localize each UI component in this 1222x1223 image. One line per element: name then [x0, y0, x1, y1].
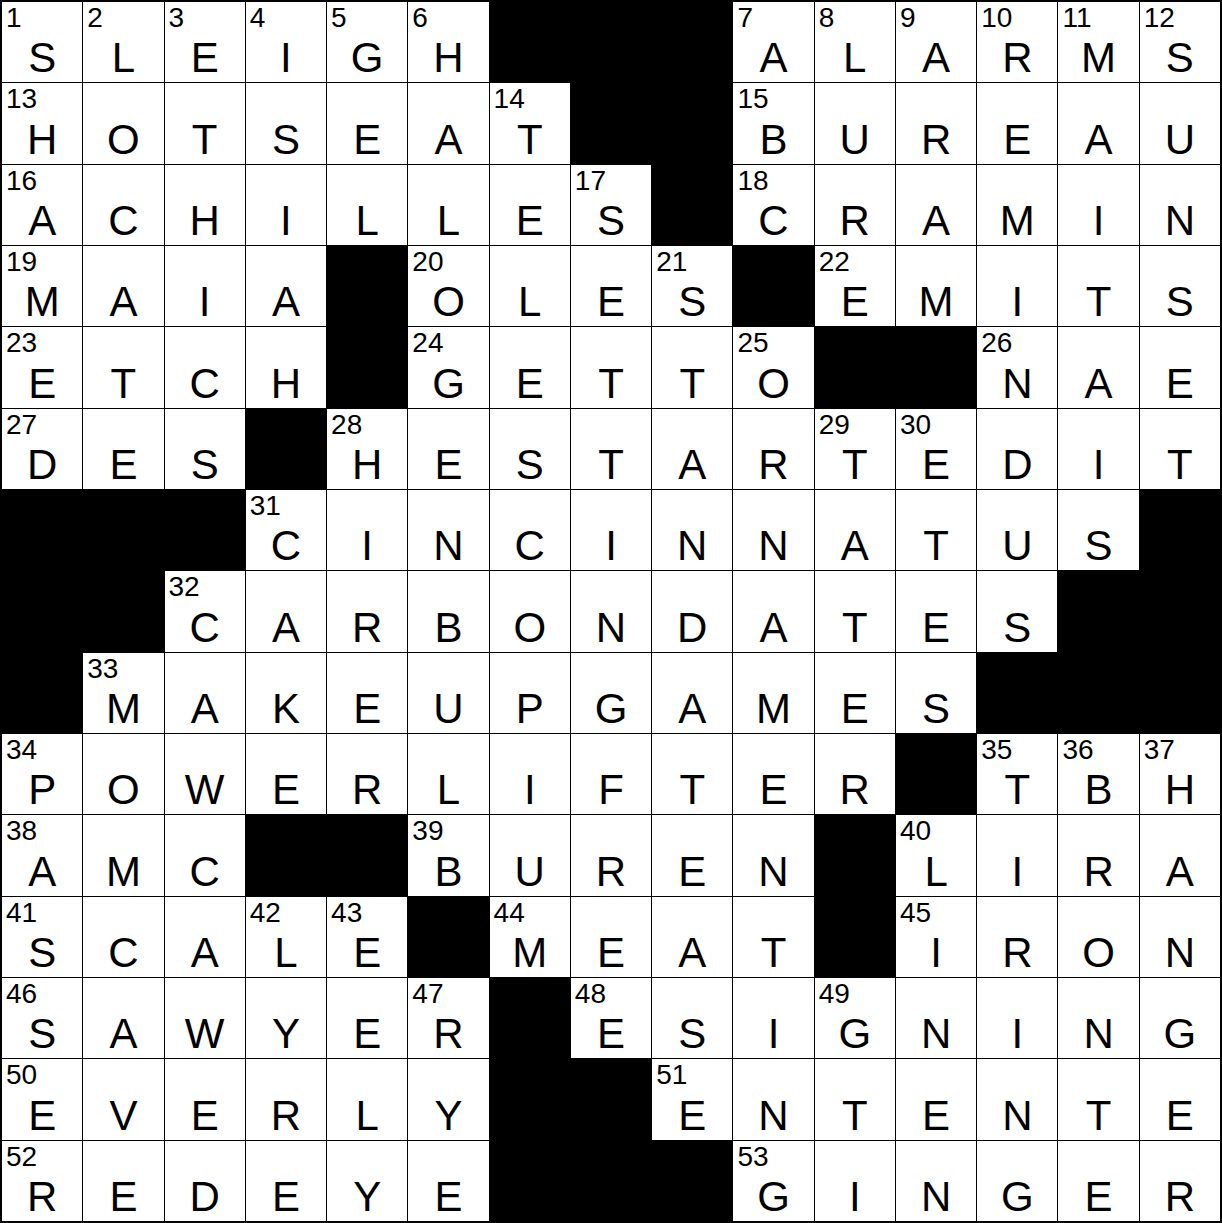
- cell-letter: C: [490, 525, 570, 567]
- letter-cell[interactable]: N: [977, 1059, 1057, 1139]
- cell-letter: G: [733, 1176, 813, 1218]
- letter-cell[interactable]: 51E: [652, 1059, 732, 1139]
- letter-cell[interactable]: 44M: [490, 897, 570, 977]
- letter-cell[interactable]: 53G: [733, 1141, 813, 1221]
- block-cell: [571, 2, 651, 82]
- letter-cell[interactable]: 24G: [408, 327, 488, 407]
- cell-letter: T: [815, 444, 895, 486]
- cell-letter: A: [1140, 851, 1220, 893]
- cell-letter: A: [2, 851, 82, 893]
- letter-cell[interactable]: N: [896, 978, 976, 1058]
- cell-letter: E: [327, 1013, 407, 1055]
- letter-cell[interactable]: 41S: [2, 897, 82, 977]
- cell-letter: I: [977, 1013, 1057, 1055]
- cell-letter: N: [733, 525, 813, 567]
- letter-cell[interactable]: I: [571, 490, 651, 570]
- letter-cell[interactable]: 1S: [2, 2, 82, 82]
- block-cell: [2, 653, 82, 733]
- letter-cell[interactable]: W: [165, 978, 245, 1058]
- clue-number: 52: [6, 1143, 37, 1171]
- cell-letter: T: [815, 607, 895, 649]
- clue-number: 24: [412, 329, 443, 357]
- letter-cell[interactable]: 50E: [2, 1059, 82, 1139]
- letter-cell[interactable]: A: [652, 653, 732, 733]
- letter-cell[interactable]: T: [571, 409, 651, 489]
- letter-cell[interactable]: A: [896, 165, 976, 245]
- letter-cell[interactable]: I: [977, 815, 1057, 895]
- clue-number: 30: [900, 411, 931, 439]
- letter-cell[interactable]: 47R: [408, 978, 488, 1058]
- cell-letter: Y: [327, 1176, 407, 1218]
- cell-letter: E: [490, 200, 570, 242]
- letter-cell[interactable]: E: [571, 897, 651, 977]
- letter-cell[interactable]: T: [165, 83, 245, 163]
- letter-cell[interactable]: C: [83, 165, 163, 245]
- letter-cell[interactable]: E: [327, 653, 407, 733]
- letter-cell[interactable]: G: [1140, 978, 1220, 1058]
- block-cell: [246, 409, 326, 489]
- cell-letter: H: [2, 119, 82, 161]
- cell-letter: R: [815, 200, 895, 242]
- letter-cell[interactable]: 30E: [896, 409, 976, 489]
- letter-cell[interactable]: P: [490, 653, 570, 733]
- clue-number: 26: [981, 329, 1012, 357]
- letter-cell[interactable]: S: [246, 83, 326, 163]
- cell-letter: A: [1058, 363, 1138, 405]
- cell-letter: S: [490, 444, 570, 486]
- clue-number: 16: [6, 167, 37, 195]
- cell-letter: E: [165, 1095, 245, 1137]
- letter-cell[interactable]: E: [246, 1141, 326, 1221]
- clue-number: 17: [575, 167, 606, 195]
- letter-cell[interactable]: A: [652, 897, 732, 977]
- letter-cell[interactable]: E: [652, 815, 732, 895]
- cell-letter: C: [246, 525, 326, 567]
- letter-cell[interactable]: 21S: [652, 246, 732, 326]
- clue-number: 20: [412, 248, 443, 276]
- letter-cell[interactable]: 10R: [977, 2, 1057, 82]
- letter-cell[interactable]: A: [246, 246, 326, 326]
- letter-cell[interactable]: 12S: [1140, 2, 1220, 82]
- letter-cell[interactable]: 8L: [815, 2, 895, 82]
- letter-cell[interactable]: 14T: [490, 83, 570, 163]
- letter-cell[interactable]: 26N: [977, 327, 1057, 407]
- cell-letter: R: [815, 769, 895, 811]
- letter-cell[interactable]: E: [1140, 327, 1220, 407]
- letter-cell[interactable]: L: [327, 165, 407, 245]
- letter-cell[interactable]: G: [977, 1141, 1057, 1221]
- letter-cell[interactable]: M: [733, 653, 813, 733]
- letter-cell[interactable]: S: [165, 409, 245, 489]
- letter-cell[interactable]: D: [977, 409, 1057, 489]
- clue-number: 5: [331, 4, 347, 32]
- clue-number: 21: [656, 248, 687, 276]
- cell-letter: E: [1058, 1176, 1138, 1218]
- block-cell: [1140, 571, 1220, 651]
- letter-cell[interactable]: D: [652, 571, 732, 651]
- letter-cell[interactable]: C: [165, 327, 245, 407]
- letter-cell[interactable]: H: [165, 165, 245, 245]
- letter-cell[interactable]: N: [571, 571, 651, 651]
- letter-cell[interactable]: N: [1058, 978, 1138, 1058]
- letter-cell[interactable]: 49G: [815, 978, 895, 1058]
- cell-letter: T: [490, 119, 570, 161]
- letter-cell[interactable]: 43E: [327, 897, 407, 977]
- cell-letter: A: [733, 607, 813, 649]
- letter-cell[interactable]: 27D: [2, 409, 82, 489]
- letter-cell[interactable]: 7A: [733, 2, 813, 82]
- letter-cell[interactable]: 23E: [2, 327, 82, 407]
- cell-letter: A: [652, 688, 732, 730]
- letter-cell[interactable]: S: [490, 409, 570, 489]
- letter-cell[interactable]: A: [815, 490, 895, 570]
- cell-letter: I: [246, 200, 326, 242]
- letter-cell[interactable]: A: [652, 409, 732, 489]
- letter-cell[interactable]: 36B: [1058, 734, 1138, 814]
- cell-letter: M: [2, 281, 82, 323]
- letter-cell[interactable]: E: [896, 571, 976, 651]
- cell-letter: T: [571, 363, 651, 405]
- cell-letter: N: [977, 1095, 1057, 1137]
- letter-cell[interactable]: O: [490, 571, 570, 651]
- cell-letter: F: [571, 769, 651, 811]
- letter-cell[interactable]: I: [977, 246, 1057, 326]
- letter-cell[interactable]: A: [165, 653, 245, 733]
- letter-cell[interactable]: 20O: [408, 246, 488, 326]
- letter-cell[interactable]: T: [652, 734, 732, 814]
- letter-cell[interactable]: F: [571, 734, 651, 814]
- letter-cell[interactable]: A: [83, 246, 163, 326]
- cell-letter: U: [490, 851, 570, 893]
- letter-cell[interactable]: 16A: [2, 165, 82, 245]
- letter-cell[interactable]: B: [408, 571, 488, 651]
- block-cell: [896, 327, 976, 407]
- letter-cell[interactable]: Y: [327, 1141, 407, 1221]
- letter-cell[interactable]: N: [408, 490, 488, 570]
- letter-cell[interactable]: N: [1140, 897, 1220, 977]
- letter-cell[interactable]: R: [815, 165, 895, 245]
- letter-cell[interactable]: S: [1140, 246, 1220, 326]
- letter-cell[interactable]: A: [165, 897, 245, 977]
- letter-cell[interactable]: 9A: [896, 2, 976, 82]
- letter-cell[interactable]: 17S: [571, 165, 651, 245]
- clue-number: 33: [87, 655, 118, 683]
- letter-cell[interactable]: T: [83, 327, 163, 407]
- letter-cell[interactable]: T: [815, 1059, 895, 1139]
- letter-cell[interactable]: 40L: [896, 815, 976, 895]
- letter-cell[interactable]: O: [83, 734, 163, 814]
- clue-number: 49: [819, 980, 850, 1008]
- letter-cell[interactable]: 28H: [327, 409, 407, 489]
- clue-number: 42: [250, 899, 281, 927]
- letter-cell[interactable]: S: [652, 978, 732, 1058]
- cell-letter: E: [571, 281, 651, 323]
- letter-cell[interactable]: E: [1140, 1059, 1220, 1139]
- letter-cell[interactable]: 25O: [733, 327, 813, 407]
- letter-cell[interactable]: I: [327, 490, 407, 570]
- letter-cell[interactable]: L: [408, 165, 488, 245]
- block-cell: [2, 571, 82, 651]
- cell-letter: A: [1058, 119, 1138, 161]
- letter-cell[interactable]: 46S: [2, 978, 82, 1058]
- cell-letter: G: [327, 37, 407, 79]
- letter-cell[interactable]: I: [246, 165, 326, 245]
- letter-cell[interactable]: S: [896, 653, 976, 733]
- letter-cell[interactable]: U: [490, 815, 570, 895]
- letter-cell[interactable]: E: [896, 1059, 976, 1139]
- letter-cell[interactable]: 33M: [83, 653, 163, 733]
- letter-cell[interactable]: 32C: [165, 571, 245, 651]
- letter-cell[interactable]: L: [408, 734, 488, 814]
- letter-cell[interactable]: T: [896, 490, 976, 570]
- letter-cell[interactable]: 42L: [246, 897, 326, 977]
- letter-cell[interactable]: 5G: [327, 2, 407, 82]
- letter-cell[interactable]: 37H: [1140, 734, 1220, 814]
- block-cell: [815, 327, 895, 407]
- letter-cell[interactable]: R: [896, 83, 976, 163]
- cell-letter: E: [896, 444, 976, 486]
- cell-letter: E: [408, 444, 488, 486]
- cell-letter: B: [1058, 769, 1138, 811]
- letter-cell[interactable]: U: [815, 83, 895, 163]
- letter-cell[interactable]: A: [1058, 327, 1138, 407]
- cell-letter: E: [977, 119, 1057, 161]
- letter-cell[interactable]: U: [1140, 83, 1220, 163]
- letter-cell[interactable]: C: [83, 897, 163, 977]
- letter-cell[interactable]: 18C: [733, 165, 813, 245]
- letter-cell[interactable]: E: [83, 409, 163, 489]
- letter-cell[interactable]: E: [165, 1059, 245, 1139]
- letter-cell[interactable]: I: [1058, 409, 1138, 489]
- letter-cell[interactable]: N: [652, 490, 732, 570]
- letter-cell[interactable]: T: [1058, 1059, 1138, 1139]
- letter-cell[interactable]: A: [83, 978, 163, 1058]
- letter-cell[interactable]: R: [977, 897, 1057, 977]
- cell-letter: I: [977, 281, 1057, 323]
- block-cell: [327, 246, 407, 326]
- letter-cell[interactable]: L: [327, 1059, 407, 1139]
- letter-cell[interactable]: 11M: [1058, 2, 1138, 82]
- block-cell: [571, 1059, 651, 1139]
- letter-cell[interactable]: E: [977, 83, 1057, 163]
- letter-cell[interactable]: C: [490, 490, 570, 570]
- cell-letter: I: [733, 1013, 813, 1055]
- letter-cell[interactable]: 52R: [2, 1141, 82, 1221]
- cell-letter: G: [977, 1176, 1057, 1218]
- cell-letter: R: [2, 1176, 82, 1218]
- letter-cell[interactable]: O: [1058, 897, 1138, 977]
- cell-letter: B: [733, 119, 813, 161]
- clue-number: 25: [737, 329, 768, 357]
- letter-cell[interactable]: S: [1058, 490, 1138, 570]
- block-cell: [490, 978, 570, 1058]
- cell-letter: H: [165, 200, 245, 242]
- letter-cell[interactable]: R: [327, 571, 407, 651]
- letter-cell[interactable]: 34P: [2, 734, 82, 814]
- letter-cell[interactable]: L: [490, 246, 570, 326]
- cell-letter: S: [1140, 37, 1220, 79]
- clue-number: 22: [819, 248, 850, 276]
- letter-cell[interactable]: N: [733, 1059, 813, 1139]
- cell-letter: N: [977, 363, 1057, 405]
- letter-cell[interactable]: E: [408, 1141, 488, 1221]
- cell-letter: G: [571, 688, 651, 730]
- letter-cell[interactable]: 38A: [2, 815, 82, 895]
- letter-cell[interactable]: 48E: [571, 978, 651, 1058]
- letter-cell[interactable]: Y: [408, 1059, 488, 1139]
- letter-cell[interactable]: G: [571, 653, 651, 733]
- letter-cell[interactable]: Y: [246, 978, 326, 1058]
- letter-cell[interactable]: U: [977, 490, 1057, 570]
- letter-cell[interactable]: I: [1058, 165, 1138, 245]
- cell-letter: E: [327, 119, 407, 161]
- letter-cell[interactable]: 31C: [246, 490, 326, 570]
- block-cell: [83, 571, 163, 651]
- letter-cell[interactable]: E: [327, 978, 407, 1058]
- letter-cell[interactable]: R: [327, 734, 407, 814]
- letter-cell[interactable]: 45I: [896, 897, 976, 977]
- letter-cell[interactable]: E: [408, 409, 488, 489]
- clue-number: 38: [6, 817, 37, 845]
- cell-letter: E: [83, 444, 163, 486]
- letter-cell[interactable]: T: [733, 897, 813, 977]
- letter-cell[interactable]: 35T: [977, 734, 1057, 814]
- cell-letter: U: [408, 688, 488, 730]
- letter-cell[interactable]: A: [408, 83, 488, 163]
- cell-letter: N: [733, 851, 813, 893]
- clue-number: 29: [819, 411, 850, 439]
- letter-cell[interactable]: A: [1140, 815, 1220, 895]
- block-cell: [490, 1141, 570, 1221]
- block-cell: [1058, 653, 1138, 733]
- cell-letter: U: [1140, 119, 1220, 161]
- cell-letter: M: [1058, 37, 1138, 79]
- letter-cell[interactable]: A: [1058, 83, 1138, 163]
- letter-cell[interactable]: H: [246, 327, 326, 407]
- cell-letter: L: [408, 769, 488, 811]
- cell-letter: R: [1058, 851, 1138, 893]
- clue-number: 8: [819, 4, 835, 32]
- cell-letter: E: [246, 769, 326, 811]
- letter-cell[interactable]: M: [977, 165, 1057, 245]
- letter-cell[interactable]: A: [733, 571, 813, 651]
- cell-letter: A: [246, 281, 326, 323]
- letter-cell[interactable]: T: [652, 327, 732, 407]
- cell-letter: E: [896, 1095, 976, 1137]
- letter-cell[interactable]: E: [83, 1141, 163, 1221]
- letter-cell[interactable]: R: [571, 815, 651, 895]
- clue-number: 39: [412, 817, 443, 845]
- letter-cell[interactable]: E: [1058, 1141, 1138, 1221]
- cell-letter: C: [165, 607, 245, 649]
- cell-letter: S: [571, 200, 651, 242]
- letter-cell[interactable]: I: [815, 1141, 895, 1221]
- block-cell: [1140, 653, 1220, 733]
- letter-cell[interactable]: W: [165, 734, 245, 814]
- letter-cell[interactable]: 13H: [2, 83, 82, 163]
- cell-letter: T: [83, 363, 163, 405]
- letter-cell[interactable]: E: [815, 653, 895, 733]
- letter-cell[interactable]: I: [977, 978, 1057, 1058]
- letter-cell[interactable]: 15B: [733, 83, 813, 163]
- clue-number: 15: [737, 85, 768, 113]
- letter-cell[interactable]: 39B: [408, 815, 488, 895]
- letter-cell[interactable]: 4I: [246, 2, 326, 82]
- cell-letter: T: [896, 525, 976, 567]
- cell-letter: N: [652, 525, 732, 567]
- letter-cell[interactable]: R: [815, 734, 895, 814]
- letter-cell[interactable]: K: [246, 653, 326, 733]
- letter-cell[interactable]: T: [1058, 246, 1138, 326]
- cell-letter: S: [246, 119, 326, 161]
- cell-letter: E: [1140, 363, 1220, 405]
- letter-cell[interactable]: D: [165, 1141, 245, 1221]
- letter-cell[interactable]: I: [165, 246, 245, 326]
- cell-letter: I: [896, 932, 976, 974]
- block-cell: [327, 815, 407, 895]
- letter-cell[interactable]: E: [490, 165, 570, 245]
- cell-letter: C: [165, 851, 245, 893]
- cell-letter: T: [977, 769, 1057, 811]
- cell-letter: T: [733, 932, 813, 974]
- letter-cell[interactable]: A: [246, 571, 326, 651]
- letter-cell[interactable]: O: [83, 83, 163, 163]
- clue-number: 36: [1062, 736, 1093, 764]
- letter-cell[interactable]: 2L: [83, 2, 163, 82]
- cell-letter: N: [571, 607, 651, 649]
- cell-letter: V: [83, 1095, 163, 1137]
- letter-cell[interactable]: T: [1140, 409, 1220, 489]
- letter-cell[interactable]: N: [896, 1141, 976, 1221]
- letter-cell[interactable]: 3E: [165, 2, 245, 82]
- letter-cell[interactable]: M: [83, 815, 163, 895]
- letter-cell[interactable]: N: [1140, 165, 1220, 245]
- letter-cell[interactable]: E: [246, 734, 326, 814]
- letter-cell[interactable]: I: [733, 978, 813, 1058]
- block-cell: [652, 1141, 732, 1221]
- letter-cell[interactable]: 29T: [815, 409, 895, 489]
- letter-cell[interactable]: S: [977, 571, 1057, 651]
- cell-letter: N: [408, 525, 488, 567]
- clue-number: 10: [981, 4, 1012, 32]
- letter-cell[interactable]: N: [733, 815, 813, 895]
- cell-letter: D: [2, 444, 82, 486]
- letter-cell[interactable]: R: [733, 409, 813, 489]
- letter-cell[interactable]: R: [246, 1059, 326, 1139]
- letter-cell[interactable]: E: [327, 83, 407, 163]
- letter-cell[interactable]: 19M: [2, 246, 82, 326]
- letter-cell[interactable]: E: [571, 246, 651, 326]
- letter-cell[interactable]: T: [815, 571, 895, 651]
- letter-cell[interactable]: I: [490, 734, 570, 814]
- letter-cell[interactable]: R: [1058, 815, 1138, 895]
- letter-cell[interactable]: U: [408, 653, 488, 733]
- cell-letter: M: [83, 688, 163, 730]
- letter-cell[interactable]: V: [83, 1059, 163, 1139]
- letter-cell[interactable]: R: [1140, 1141, 1220, 1221]
- letter-cell[interactable]: C: [165, 815, 245, 895]
- letter-cell[interactable]: M: [896, 246, 976, 326]
- letter-cell[interactable]: 22E: [815, 246, 895, 326]
- cell-letter: E: [571, 932, 651, 974]
- letter-cell[interactable]: E: [490, 327, 570, 407]
- letter-cell[interactable]: N: [733, 490, 813, 570]
- letter-cell[interactable]: 6H: [408, 2, 488, 82]
- letter-cell[interactable]: T: [571, 327, 651, 407]
- letter-cell[interactable]: E: [733, 734, 813, 814]
- cell-letter: R: [733, 444, 813, 486]
- cell-letter: R: [896, 119, 976, 161]
